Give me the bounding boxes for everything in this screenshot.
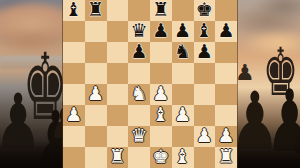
square-a6[interactable] — [63, 42, 85, 63]
square-f7[interactable]: ♟ — [172, 21, 194, 42]
square-g8[interactable]: ♚ — [194, 0, 216, 21]
square-h6[interactable] — [215, 42, 237, 63]
black-pawn-piece: ♟ — [174, 21, 191, 40]
square-h3[interactable] — [215, 105, 237, 126]
square-b4[interactable]: ♟ — [85, 84, 107, 105]
black-queen-piece: ♛ — [131, 21, 148, 40]
square-a8[interactable]: ♝ — [63, 0, 85, 21]
square-g4[interactable] — [194, 84, 216, 105]
square-e7[interactable]: ♟ — [150, 21, 172, 42]
white-pawn-piece: ♟ — [218, 126, 235, 145]
chess-diagram: ♚ ♟ ♟ ♟ ♚ ♟ ♟ ♟ ♟ ♝♜♜♚♛♟♟♝♟♟♞♟♟♞♟♟♝♟♛♟♟♜… — [0, 0, 300, 168]
square-a1[interactable] — [63, 147, 85, 168]
square-d7[interactable]: ♛ — [128, 21, 150, 42]
black-bishop-piece: ♝ — [196, 21, 213, 40]
square-f5[interactable] — [172, 63, 194, 84]
square-c8[interactable] — [107, 0, 129, 21]
square-a7[interactable] — [63, 21, 85, 42]
white-pawn-piece: ♟ — [87, 84, 104, 103]
square-e3[interactable]: ♝ — [150, 105, 172, 126]
square-b6[interactable] — [85, 42, 107, 63]
square-b1[interactable] — [85, 147, 107, 168]
silhouette-pawn-icon: ♟ — [49, 94, 64, 146]
square-c3[interactable] — [107, 105, 129, 126]
square-c2[interactable] — [107, 126, 129, 147]
square-c7[interactable] — [107, 21, 129, 42]
square-c1[interactable]: ♜ — [107, 147, 129, 168]
square-d8[interactable] — [128, 0, 150, 21]
black-pawn-piece: ♟ — [131, 42, 148, 61]
square-h4[interactable] — [215, 84, 237, 105]
square-f6[interactable]: ♞ — [172, 42, 194, 63]
black-rook-piece: ♜ — [152, 0, 169, 19]
black-bishop-piece: ♝ — [65, 0, 82, 19]
white-rook-piece: ♜ — [218, 147, 235, 166]
background-left-scene: ♚ ♟ ♟ ♟ — [0, 0, 64, 168]
black-rook-piece: ♜ — [87, 0, 104, 19]
square-e2[interactable] — [150, 126, 172, 147]
square-c4[interactable] — [107, 84, 129, 105]
black-pawn-piece: ♟ — [218, 21, 235, 40]
square-f8[interactable] — [172, 0, 194, 21]
water-reflection — [0, 142, 64, 168]
white-pawn-piece: ♟ — [174, 105, 191, 124]
black-king-piece: ♚ — [196, 0, 213, 19]
square-b2[interactable] — [85, 126, 107, 147]
square-b7[interactable] — [85, 21, 107, 42]
background-right-scene: ♚ ♟ ♟ ♟ ♟ — [237, 0, 300, 168]
white-pawn-piece: ♟ — [152, 84, 169, 103]
square-f2[interactable] — [172, 126, 194, 147]
square-f1[interactable]: ♝ — [172, 147, 194, 168]
black-pawn-piece: ♟ — [196, 42, 213, 61]
square-a5[interactable] — [63, 63, 85, 84]
square-e8[interactable]: ♜ — [150, 0, 172, 21]
square-g6[interactable]: ♟ — [194, 42, 216, 63]
square-g5[interactable] — [194, 63, 216, 84]
square-d3[interactable] — [128, 105, 150, 126]
square-a2[interactable] — [63, 126, 85, 147]
square-e5[interactable] — [150, 63, 172, 84]
square-d4[interactable]: ♞ — [128, 84, 150, 105]
square-c6[interactable] — [107, 42, 129, 63]
square-e4[interactable]: ♟ — [150, 84, 172, 105]
square-h8[interactable] — [215, 0, 237, 21]
square-b3[interactable] — [85, 105, 107, 126]
white-bishop-piece: ♝ — [174, 147, 191, 166]
square-g2[interactable]: ♟ — [194, 126, 216, 147]
square-f3[interactable]: ♟ — [172, 105, 194, 126]
white-knight-piece: ♞ — [131, 84, 148, 103]
square-c5[interactable] — [107, 63, 129, 84]
square-d1[interactable] — [128, 147, 150, 168]
black-pawn-piece: ♟ — [152, 21, 169, 40]
square-e6[interactable] — [150, 42, 172, 63]
chess-board: ♝♜♜♚♛♟♟♝♟♟♞♟♟♞♟♟♝♟♛♟♟♜♚♝♜ — [63, 0, 237, 168]
white-queen-piece: ♛ — [131, 126, 148, 145]
white-pawn-piece: ♟ — [196, 126, 213, 145]
white-king-piece: ♚ — [152, 147, 169, 166]
square-h7[interactable]: ♟ — [215, 21, 237, 42]
square-a3[interactable]: ♟ — [63, 105, 85, 126]
square-b8[interactable]: ♜ — [85, 0, 107, 21]
square-b5[interactable] — [85, 63, 107, 84]
square-e1[interactable]: ♚ — [150, 147, 172, 168]
white-pawn-piece: ♟ — [65, 105, 82, 124]
square-d6[interactable]: ♟ — [128, 42, 150, 63]
square-a4[interactable] — [63, 84, 85, 105]
square-g3[interactable] — [194, 105, 216, 126]
white-bishop-piece: ♝ — [152, 105, 169, 124]
square-g7[interactable]: ♝ — [194, 21, 216, 42]
square-h5[interactable] — [215, 63, 237, 84]
square-h2[interactable]: ♟ — [215, 126, 237, 147]
square-d5[interactable] — [128, 63, 150, 84]
square-h1[interactable]: ♜ — [215, 147, 237, 168]
square-f4[interactable] — [172, 84, 194, 105]
square-g1[interactable] — [194, 147, 216, 168]
white-rook-piece: ♜ — [109, 147, 126, 166]
water-reflection — [237, 142, 300, 168]
black-knight-piece: ♞ — [174, 42, 191, 61]
square-d2[interactable]: ♛ — [128, 126, 150, 147]
